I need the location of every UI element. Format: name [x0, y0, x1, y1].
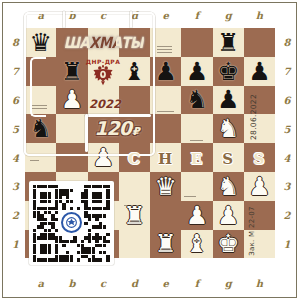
white-knight-g5: ♞	[213, 114, 244, 143]
chess-letter-s2: S	[253, 150, 264, 168]
square-f7: ♟	[181, 57, 212, 86]
rank-label-left-2: 2	[12, 210, 19, 221]
square-h8	[244, 28, 275, 57]
rank-label-left-4: 4	[12, 152, 19, 163]
rank-label-right-8: 8	[284, 37, 291, 48]
stamp-year: 2022	[89, 97, 121, 111]
square-h7: ♟	[244, 57, 275, 86]
square-g6: ♟	[213, 86, 244, 115]
black-knight-f6: ♞	[181, 86, 212, 115]
rank-label-left-5: 5	[12, 123, 19, 134]
rank-label-left-8: 8	[12, 37, 19, 48]
fine-print	[32, 105, 47, 110]
square-f8	[181, 28, 212, 57]
white-queen-e3: ♛	[150, 172, 181, 201]
dnr-coat-of-arms-icon	[92, 64, 114, 87]
perforation-tick	[130, 11, 133, 28]
chess-letter-e: E	[191, 150, 202, 168]
rank-label-right-1: 1	[284, 239, 291, 250]
order-number-vertical: Зак. М 22-07	[248, 206, 256, 256]
black-pawn-h7: ♟	[244, 57, 275, 86]
file-label-top-f: f	[195, 9, 199, 20]
square-e2	[150, 201, 181, 230]
file-label-bottom-a: a	[37, 278, 43, 289]
perforation-tick	[63, 11, 66, 28]
square-g5: ♞	[213, 114, 244, 143]
file-label-bottom-e: e	[162, 278, 168, 289]
rank-label-right-3: 3	[284, 181, 291, 192]
price-digits: 120	[94, 117, 131, 139]
white-pawn-f2: ♟	[181, 201, 212, 230]
white-bishop-f1: ♝	[181, 230, 212, 259]
stamp-sheet: ♛♜♜♝♟♟♚♟♟♞♟♞♞♟♛♞♟♜♟♟♜♝♚ abcdefghabcdefgh…	[0, 0, 299, 300]
white-knight-g3: ♞	[213, 172, 244, 201]
square-f6: ♞	[181, 86, 212, 115]
stamp-title: ШАХМАТЫ	[63, 31, 144, 54]
square-g1: ♚	[213, 230, 244, 259]
file-label-bottom-g: g	[225, 278, 232, 289]
rank-label-left-6: 6	[12, 95, 19, 106]
white-king-g1: ♚	[213, 230, 244, 259]
white-pawn-g2: ♟	[213, 201, 244, 230]
square-e1: ♜	[150, 230, 181, 259]
square-g8: ♜	[213, 28, 244, 57]
file-label-bottom-c: c	[100, 278, 106, 289]
square-f1: ♝	[181, 230, 212, 259]
black-king-g7: ♚	[213, 57, 244, 86]
file-label-top-h: h	[256, 9, 263, 20]
qr-code	[29, 181, 114, 265]
square-d3	[119, 172, 150, 201]
chess-letter-c: C	[128, 150, 140, 168]
stamp-denomination: 120 ₽	[94, 117, 139, 139]
fine-print	[184, 196, 196, 199]
file-label-bottom-f: f	[195, 278, 199, 289]
square-g2: ♟	[213, 201, 244, 230]
square-h3: ♟	[244, 172, 275, 201]
issue-date-vertical: 28.06.2022	[248, 94, 257, 140]
fine-print	[30, 160, 39, 163]
file-label-bottom-d: d	[131, 278, 138, 289]
fine-print	[157, 46, 172, 53]
file-label-top-g: g	[225, 9, 232, 20]
rank-label-right-5: 5	[284, 123, 291, 134]
rank-label-left-1: 1	[12, 239, 19, 250]
black-rook-g8: ♜	[213, 28, 244, 57]
chess-letter-s1: S	[222, 150, 233, 168]
post-roundel-icon	[61, 212, 82, 233]
square-f5	[181, 114, 212, 143]
fine-print	[190, 140, 203, 143]
fine-print	[162, 236, 168, 239]
fine-print	[157, 111, 174, 114]
square-f2: ♟	[181, 201, 212, 230]
square-e3: ♛	[150, 172, 181, 201]
file-label-bottom-h: h	[256, 278, 263, 289]
square-g3: ♞	[213, 172, 244, 201]
chess-letter-h: H	[158, 150, 172, 168]
rank-label-left-3: 3	[12, 181, 19, 192]
rank-label-right-7: 7	[284, 66, 291, 77]
white-pawn-h3: ♟	[244, 172, 275, 201]
square-g7: ♚	[213, 57, 244, 86]
rank-label-left-7: 7	[12, 66, 19, 77]
square-d1	[119, 230, 150, 259]
ruble-sign: ₽	[132, 125, 140, 138]
black-pawn-f7: ♟	[181, 57, 212, 86]
rank-label-right-4: 4	[284, 152, 291, 163]
perforation-line	[85, 114, 88, 152]
file-label-top-e: e	[162, 9, 168, 20]
fine-print	[124, 205, 141, 208]
rank-label-right-2: 2	[284, 210, 291, 221]
white-rook-e1: ♜	[150, 230, 181, 259]
black-pawn-g6: ♟	[213, 86, 244, 115]
rank-label-right-6: 6	[284, 95, 291, 106]
file-label-bottom-b: b	[68, 278, 75, 289]
